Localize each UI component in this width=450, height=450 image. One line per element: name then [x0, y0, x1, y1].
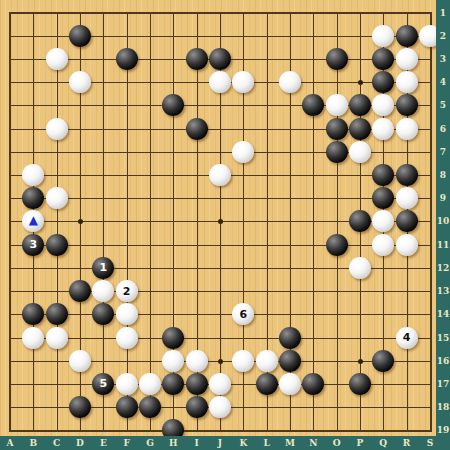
col-label-d: D [73, 438, 87, 448]
row-label-2: 2 [436, 31, 450, 41]
go-app-window: ▲312645 ABCDEFGHIJKLMNOPQRS 123456789101… [0, 0, 450, 450]
stone-m17[interactable] [279, 373, 301, 395]
stone-i17[interactable] [186, 373, 208, 395]
col-label-e: E [96, 438, 110, 448]
row-label-5: 5 [436, 100, 450, 110]
stone-o7[interactable] [326, 141, 348, 163]
stone-o3[interactable] [326, 48, 348, 70]
row-label-12: 12 [436, 263, 450, 273]
stone-r6[interactable] [396, 118, 418, 140]
row-label-8: 8 [436, 170, 450, 180]
triangle-marker-icon: ▲ [29, 214, 38, 226]
row-label-18: 18 [436, 402, 450, 412]
row-label-13: 13 [436, 286, 450, 296]
stone-o5[interactable] [326, 94, 348, 116]
stone-c14[interactable] [46, 303, 68, 325]
stone-r3[interactable] [396, 48, 418, 70]
hoshi-point [358, 359, 363, 364]
col-label-j: J [213, 438, 227, 448]
stone-i16[interactable] [186, 350, 208, 372]
stone-b15[interactable] [22, 327, 44, 349]
stone-k7[interactable] [232, 141, 254, 163]
stone-l16[interactable] [256, 350, 278, 372]
stone-r5[interactable] [396, 94, 418, 116]
stone-f14[interactable] [116, 303, 138, 325]
row-label-10: 10 [436, 216, 450, 226]
stone-m4[interactable] [279, 71, 301, 93]
stone-j8[interactable] [209, 164, 231, 186]
row-label-15: 15 [436, 333, 450, 343]
col-label-q: Q [376, 438, 390, 448]
col-label-r: R [400, 438, 414, 448]
stone-r8[interactable] [396, 164, 418, 186]
row-label-11: 11 [436, 240, 450, 250]
stone-c9[interactable] [46, 187, 68, 209]
col-label-b: B [26, 438, 40, 448]
row-label-17: 17 [436, 379, 450, 389]
stone-p17[interactable] [349, 373, 371, 395]
col-label-o: O [330, 438, 344, 448]
row-label-4: 4 [436, 77, 450, 87]
stone-r15[interactable]: 4 [396, 327, 418, 349]
col-label-f: F [120, 438, 134, 448]
go-board[interactable]: ▲312645 [0, 0, 436, 436]
stone-f17[interactable] [116, 373, 138, 395]
col-label-l: L [260, 438, 274, 448]
move-number-label: 5 [99, 378, 107, 389]
stone-h15[interactable] [162, 327, 184, 349]
col-label-a: A [3, 438, 17, 448]
row-label-16: 16 [436, 356, 450, 366]
column-coordinate-strip: ABCDEFGHIJKLMNOPQRS [0, 436, 450, 450]
stone-q6[interactable] [372, 118, 394, 140]
stone-r11[interactable] [396, 234, 418, 256]
row-label-9: 9 [436, 193, 450, 203]
move-number-label: 6 [239, 309, 247, 320]
stone-f15[interactable] [116, 327, 138, 349]
stone-o6[interactable] [326, 118, 348, 140]
stone-r4[interactable] [396, 71, 418, 93]
row-label-1: 1 [436, 8, 450, 18]
col-label-i: I [190, 438, 204, 448]
stone-d16[interactable] [69, 350, 91, 372]
stone-o11[interactable] [326, 234, 348, 256]
row-coordinate-strip: 12345678910111213141516171819 [436, 0, 450, 436]
stone-l17[interactable] [256, 373, 278, 395]
stone-d2[interactable] [69, 25, 91, 47]
row-label-3: 3 [436, 54, 450, 64]
col-label-h: H [166, 438, 180, 448]
stone-f3[interactable] [116, 48, 138, 70]
stone-k16[interactable] [232, 350, 254, 372]
stone-b11[interactable]: 3 [22, 234, 44, 256]
col-label-p: P [353, 438, 367, 448]
stone-p6[interactable] [349, 118, 371, 140]
stone-c6[interactable] [46, 118, 68, 140]
row-label-7: 7 [436, 147, 450, 157]
col-label-c: C [50, 438, 64, 448]
stone-c15[interactable] [46, 327, 68, 349]
move-number-label: 2 [123, 286, 131, 297]
stone-p7[interactable] [349, 141, 371, 163]
stone-g18[interactable] [139, 396, 161, 418]
stone-i6[interactable] [186, 118, 208, 140]
stone-d18[interactable] [69, 396, 91, 418]
stone-r10[interactable] [396, 210, 418, 232]
stone-g17[interactable] [139, 373, 161, 395]
stone-q16[interactable] [372, 350, 394, 372]
row-label-6: 6 [436, 124, 450, 134]
stone-c3[interactable] [46, 48, 68, 70]
col-label-g: G [143, 438, 157, 448]
stone-m16[interactable] [279, 350, 301, 372]
col-label-s: S [423, 438, 437, 448]
move-number-label: 4 [403, 332, 411, 343]
stone-c11[interactable] [46, 234, 68, 256]
stone-q2[interactable] [372, 25, 394, 47]
stone-j17[interactable] [209, 373, 231, 395]
move-number-label: 3 [30, 239, 38, 250]
stone-j18[interactable] [209, 396, 231, 418]
stone-f13[interactable]: 2 [116, 280, 138, 302]
move-number-label: 1 [99, 262, 107, 273]
col-label-m: M [283, 438, 297, 448]
stone-i3[interactable] [186, 48, 208, 70]
stone-d13[interactable] [69, 280, 91, 302]
stone-q11[interactable] [372, 234, 394, 256]
stone-f18[interactable] [116, 396, 138, 418]
col-label-k: K [236, 438, 250, 448]
row-label-14: 14 [436, 309, 450, 319]
stone-j3[interactable] [209, 48, 231, 70]
stone-h16[interactable] [162, 350, 184, 372]
stone-r9[interactable] [396, 187, 418, 209]
hoshi-point [218, 359, 223, 364]
stone-r2[interactable] [396, 25, 418, 47]
stone-p12[interactable] [349, 257, 371, 279]
stone-m15[interactable] [279, 327, 301, 349]
col-label-n: N [306, 438, 320, 448]
stone-i18[interactable] [186, 396, 208, 418]
row-label-19: 19 [436, 425, 450, 435]
